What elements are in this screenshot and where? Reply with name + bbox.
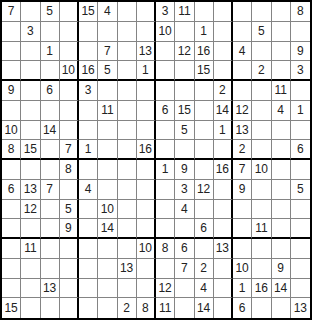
cell-r5c15[interactable]: 11 <box>272 81 291 101</box>
cell-r6c14[interactable] <box>252 101 271 121</box>
cell-r14c10[interactable]: 7 <box>175 259 194 279</box>
cell-r1c8[interactable] <box>137 2 156 22</box>
cell-r5c11[interactable] <box>195 81 214 101</box>
cell-r13c11[interactable] <box>195 239 214 259</box>
cell-r15c9[interactable]: 12 <box>156 279 175 299</box>
cell-r10c5[interactable]: 4 <box>79 180 98 200</box>
cell-r3c15[interactable] <box>272 42 291 62</box>
cell-r16c11[interactable]: 14 <box>195 298 214 318</box>
cell-r16c4[interactable] <box>60 298 79 318</box>
cell-r1c14[interactable] <box>252 2 271 22</box>
cell-r15c1[interactable] <box>2 279 21 299</box>
cell-r14c13[interactable]: 10 <box>233 259 252 279</box>
cell-r14c6[interactable] <box>98 259 117 279</box>
cell-r2c9[interactable]: 10 <box>156 22 175 42</box>
cell-r12c1[interactable] <box>2 219 21 239</box>
cell-r5c10[interactable] <box>175 81 194 101</box>
cell-r16c6[interactable] <box>98 298 117 318</box>
cell-r9c6[interactable] <box>98 160 117 180</box>
cell-r10c1[interactable]: 6 <box>2 180 21 200</box>
cell-r13c1[interactable] <box>2 239 21 259</box>
cell-r5c6[interactable] <box>98 81 117 101</box>
cell-r16c10[interactable] <box>175 298 194 318</box>
cell-r10c15[interactable] <box>272 180 291 200</box>
cell-r14c1[interactable] <box>2 259 21 279</box>
cell-r8c15[interactable] <box>272 140 291 160</box>
cell-r9c9[interactable]: 1 <box>156 160 175 180</box>
cell-r2c12[interactable] <box>214 22 233 42</box>
cell-r3c11[interactable]: 16 <box>195 42 214 62</box>
cell-r3c6[interactable]: 7 <box>98 42 117 62</box>
cell-r16c5[interactable] <box>79 298 98 318</box>
cell-r13c7[interactable] <box>118 239 137 259</box>
cell-r4c3[interactable] <box>41 61 60 81</box>
cell-r4c6[interactable]: 5 <box>98 61 117 81</box>
cell-r2c8[interactable] <box>137 22 156 42</box>
cell-r8c6[interactable] <box>98 140 117 160</box>
cell-r9c10[interactable]: 9 <box>175 160 194 180</box>
cell-r13c16[interactable] <box>291 239 310 259</box>
cell-r16c7[interactable]: 2 <box>118 298 137 318</box>
cell-r12c16[interactable] <box>291 219 310 239</box>
cell-r9c1[interactable] <box>2 160 21 180</box>
cell-r4c7[interactable] <box>118 61 137 81</box>
cell-r8c7[interactable] <box>118 140 137 160</box>
cell-r1c10[interactable]: 11 <box>175 2 194 22</box>
cell-r1c13[interactable] <box>233 2 252 22</box>
cell-r4c12[interactable] <box>214 61 233 81</box>
cell-r9c13[interactable]: 7 <box>233 160 252 180</box>
cell-r6c4[interactable] <box>60 101 79 121</box>
cell-r10c4[interactable] <box>60 180 79 200</box>
cell-r7c11[interactable] <box>195 121 214 141</box>
cell-r13c13[interactable] <box>233 239 252 259</box>
cell-r11c8[interactable] <box>137 200 156 220</box>
cell-r11c2[interactable]: 12 <box>21 200 40 220</box>
cell-r6c3[interactable] <box>41 101 60 121</box>
cell-r15c12[interactable] <box>214 279 233 299</box>
cell-r4c14[interactable]: 2 <box>252 61 271 81</box>
cell-r6c13[interactable]: 12 <box>233 101 252 121</box>
cell-r12c2[interactable] <box>21 219 40 239</box>
cell-r11c15[interactable] <box>272 200 291 220</box>
cell-r12c4[interactable]: 9 <box>60 219 79 239</box>
cell-r2c6[interactable] <box>98 22 117 42</box>
cell-r7c4[interactable] <box>60 121 79 141</box>
cell-r1c1[interactable]: 7 <box>2 2 21 22</box>
cell-r14c16[interactable] <box>291 259 310 279</box>
cell-r7c9[interactable] <box>156 121 175 141</box>
cell-r7c3[interactable]: 14 <box>41 121 60 141</box>
cell-r10c14[interactable] <box>252 180 271 200</box>
cell-r14c2[interactable] <box>21 259 40 279</box>
cell-r10c6[interactable] <box>98 180 117 200</box>
cell-r11c6[interactable]: 10 <box>98 200 117 220</box>
cell-r5c13[interactable] <box>233 81 252 101</box>
cell-r13c6[interactable] <box>98 239 117 259</box>
cell-r16c15[interactable] <box>272 298 291 318</box>
cell-r2c3[interactable] <box>41 22 60 42</box>
cell-r14c3[interactable] <box>41 259 60 279</box>
cell-r3c12[interactable] <box>214 42 233 62</box>
cell-r3c13[interactable]: 4 <box>233 42 252 62</box>
cell-r13c4[interactable] <box>60 239 79 259</box>
cell-r2c2[interactable]: 3 <box>21 22 40 42</box>
cell-r1c3[interactable]: 5 <box>41 2 60 22</box>
cell-r3c2[interactable] <box>21 42 40 62</box>
cell-r15c13[interactable]: 1 <box>233 279 252 299</box>
cell-r7c7[interactable] <box>118 121 137 141</box>
cell-r7c6[interactable] <box>98 121 117 141</box>
cell-r3c8[interactable]: 13 <box>137 42 156 62</box>
cell-r1c4[interactable] <box>60 2 79 22</box>
cell-r3c1[interactable] <box>2 42 21 62</box>
cell-r10c11[interactable]: 12 <box>195 180 214 200</box>
cell-r9c12[interactable]: 16 <box>214 160 233 180</box>
cell-r15c15[interactable]: 14 <box>272 279 291 299</box>
cell-r5c2[interactable] <box>21 81 40 101</box>
cell-r12c11[interactable]: 6 <box>195 219 214 239</box>
cell-r16c9[interactable]: 11 <box>156 298 175 318</box>
cell-r11c3[interactable] <box>41 200 60 220</box>
cell-r4c16[interactable]: 3 <box>291 61 310 81</box>
cell-r7c14[interactable] <box>252 121 271 141</box>
cell-r8c4[interactable]: 7 <box>60 140 79 160</box>
cell-r10c13[interactable]: 9 <box>233 180 252 200</box>
cell-r6c7[interactable] <box>118 101 137 121</box>
cell-r15c14[interactable]: 16 <box>252 279 271 299</box>
cell-r15c5[interactable] <box>79 279 98 299</box>
cell-r1c15[interactable] <box>272 2 291 22</box>
cell-r6c2[interactable] <box>21 101 40 121</box>
cell-r9c8[interactable] <box>137 160 156 180</box>
cell-r14c4[interactable] <box>60 259 79 279</box>
cell-r12c9[interactable] <box>156 219 175 239</box>
cell-r5c5[interactable]: 3 <box>79 81 98 101</box>
cell-r4c13[interactable] <box>233 61 252 81</box>
cell-r6c16[interactable]: 1 <box>291 101 310 121</box>
cell-r13c10[interactable]: 6 <box>175 239 194 259</box>
cell-r4c8[interactable]: 1 <box>137 61 156 81</box>
cell-r16c3[interactable] <box>41 298 60 318</box>
cell-r16c12[interactable] <box>214 298 233 318</box>
cell-r11c10[interactable]: 4 <box>175 200 194 220</box>
cell-r12c3[interactable] <box>41 219 60 239</box>
cell-r10c10[interactable]: 3 <box>175 180 194 200</box>
cell-r3c14[interactable] <box>252 42 271 62</box>
cell-r11c1[interactable] <box>2 200 21 220</box>
cell-r6c6[interactable]: 11 <box>98 101 117 121</box>
cell-r7c15[interactable] <box>272 121 291 141</box>
cell-r8c12[interactable] <box>214 140 233 160</box>
cell-r10c2[interactable]: 13 <box>21 180 40 200</box>
cell-r13c15[interactable] <box>272 239 291 259</box>
cell-r13c2[interactable]: 11 <box>21 239 40 259</box>
cell-r1c16[interactable]: 8 <box>291 2 310 22</box>
cell-r8c10[interactable] <box>175 140 194 160</box>
cell-r6c11[interactable] <box>195 101 214 121</box>
cell-r15c7[interactable] <box>118 279 137 299</box>
cell-r14c12[interactable] <box>214 259 233 279</box>
cell-r11c9[interactable] <box>156 200 175 220</box>
cell-r15c4[interactable] <box>60 279 79 299</box>
cell-r12c8[interactable] <box>137 219 156 239</box>
cell-r13c14[interactable] <box>252 239 271 259</box>
cell-r4c11[interactable]: 15 <box>195 61 214 81</box>
cell-r6c15[interactable]: 4 <box>272 101 291 121</box>
cell-r5c3[interactable]: 6 <box>41 81 60 101</box>
cell-r3c10[interactable]: 12 <box>175 42 194 62</box>
sudoku-board: 7515431183101517131216491016511523963211… <box>0 0 312 320</box>
cell-r8c11[interactable] <box>195 140 214 160</box>
cell-r2c10[interactable] <box>175 22 194 42</box>
cell-r11c12[interactable] <box>214 200 233 220</box>
cell-r11c5[interactable] <box>79 200 98 220</box>
cell-r11c11[interactable] <box>195 200 214 220</box>
cell-r5c16[interactable] <box>291 81 310 101</box>
cell-r2c1[interactable] <box>2 22 21 42</box>
cell-r12c13[interactable] <box>233 219 252 239</box>
cell-r1c12[interactable] <box>214 2 233 22</box>
cell-r5c9[interactable] <box>156 81 175 101</box>
cell-r6c10[interactable]: 15 <box>175 101 194 121</box>
cell-r11c4[interactable]: 5 <box>60 200 79 220</box>
cell-r15c16[interactable] <box>291 279 310 299</box>
cell-r13c3[interactable] <box>41 239 60 259</box>
cell-r1c5[interactable]: 15 <box>79 2 98 22</box>
cell-r2c5[interactable] <box>79 22 98 42</box>
cell-r2c11[interactable]: 1 <box>195 22 214 42</box>
cell-r13c9[interactable]: 8 <box>156 239 175 259</box>
cell-r3c16[interactable]: 9 <box>291 42 310 62</box>
cell-r7c8[interactable] <box>137 121 156 141</box>
cell-r3c5[interactable] <box>79 42 98 62</box>
cell-r11c14[interactable] <box>252 200 271 220</box>
cell-r2c13[interactable] <box>233 22 252 42</box>
cell-r4c5[interactable]: 16 <box>79 61 98 81</box>
cell-r6c8[interactable] <box>137 101 156 121</box>
cell-r12c15[interactable] <box>272 219 291 239</box>
cell-r14c14[interactable] <box>252 259 271 279</box>
cell-r8c3[interactable] <box>41 140 60 160</box>
cell-r6c12[interactable]: 14 <box>214 101 233 121</box>
cell-r1c7[interactable] <box>118 2 137 22</box>
cell-r10c16[interactable]: 5 <box>291 180 310 200</box>
cell-r9c15[interactable] <box>272 160 291 180</box>
cell-r5c14[interactable] <box>252 81 271 101</box>
cell-r8c1[interactable]: 8 <box>2 140 21 160</box>
cell-r13c5[interactable] <box>79 239 98 259</box>
cell-r10c12[interactable] <box>214 180 233 200</box>
cell-r15c10[interactable] <box>175 279 194 299</box>
cell-r7c1[interactable]: 10 <box>2 121 21 141</box>
cell-r4c15[interactable] <box>272 61 291 81</box>
cell-r15c2[interactable] <box>21 279 40 299</box>
cell-r12c12[interactable] <box>214 219 233 239</box>
cell-r12c6[interactable]: 14 <box>98 219 117 239</box>
cell-r8c9[interactable] <box>156 140 175 160</box>
cell-r8c5[interactable]: 1 <box>79 140 98 160</box>
cell-r14c15[interactable]: 9 <box>272 259 291 279</box>
cell-r8c14[interactable] <box>252 140 271 160</box>
cell-r9c5[interactable] <box>79 160 98 180</box>
cell-r8c16[interactable]: 6 <box>291 140 310 160</box>
cell-r5c12[interactable]: 2 <box>214 81 233 101</box>
cell-r4c4[interactable]: 10 <box>60 61 79 81</box>
cell-r2c14[interactable]: 5 <box>252 22 271 42</box>
cell-r2c4[interactable] <box>60 22 79 42</box>
cell-r5c7[interactable] <box>118 81 137 101</box>
cell-r3c3[interactable]: 1 <box>41 42 60 62</box>
cell-r14c7[interactable]: 13 <box>118 259 137 279</box>
cell-r11c16[interactable] <box>291 200 310 220</box>
cell-r16c13[interactable]: 6 <box>233 298 252 318</box>
cell-r4c9[interactable] <box>156 61 175 81</box>
cell-r6c9[interactable]: 6 <box>156 101 175 121</box>
cell-r12c10[interactable] <box>175 219 194 239</box>
cell-r14c9[interactable] <box>156 259 175 279</box>
cell-r12c5[interactable] <box>79 219 98 239</box>
cell-r6c5[interactable] <box>79 101 98 121</box>
cell-r14c11[interactable]: 2 <box>195 259 214 279</box>
cell-r2c15[interactable] <box>272 22 291 42</box>
cell-r2c16[interactable] <box>291 22 310 42</box>
cell-r5c1[interactable]: 9 <box>2 81 21 101</box>
cell-r9c4[interactable]: 8 <box>60 160 79 180</box>
cell-r9c7[interactable] <box>118 160 137 180</box>
cell-r7c13[interactable]: 13 <box>233 121 252 141</box>
cell-r15c11[interactable]: 4 <box>195 279 214 299</box>
cell-r12c7[interactable] <box>118 219 137 239</box>
cell-r10c9[interactable] <box>156 180 175 200</box>
cell-r7c12[interactable]: 1 <box>214 121 233 141</box>
cell-r7c5[interactable] <box>79 121 98 141</box>
cell-r2c7[interactable] <box>118 22 137 42</box>
cell-r16c2[interactable] <box>21 298 40 318</box>
cell-r5c8[interactable] <box>137 81 156 101</box>
cell-r11c7[interactable] <box>118 200 137 220</box>
cell-r3c4[interactable] <box>60 42 79 62</box>
cell-r10c3[interactable]: 7 <box>41 180 60 200</box>
cell-r14c5[interactable] <box>79 259 98 279</box>
cell-r3c9[interactable] <box>156 42 175 62</box>
cell-r13c12[interactable]: 13 <box>214 239 233 259</box>
cell-r9c16[interactable] <box>291 160 310 180</box>
cell-r10c7[interactable] <box>118 180 137 200</box>
cell-r4c2[interactable] <box>21 61 40 81</box>
cell-r9c3[interactable] <box>41 160 60 180</box>
cell-r9c14[interactable]: 10 <box>252 160 271 180</box>
cell-r7c10[interactable]: 5 <box>175 121 194 141</box>
cell-r16c16[interactable]: 13 <box>291 298 310 318</box>
cell-r15c6[interactable] <box>98 279 117 299</box>
cell-r7c16[interactable] <box>291 121 310 141</box>
cell-r5c4[interactable] <box>60 81 79 101</box>
cell-r3c7[interactable] <box>118 42 137 62</box>
cell-r16c8[interactable]: 8 <box>137 298 156 318</box>
cell-r6c1[interactable] <box>2 101 21 121</box>
cell-r4c10[interactable] <box>175 61 194 81</box>
cell-r1c9[interactable]: 3 <box>156 2 175 22</box>
cell-r15c3[interactable]: 13 <box>41 279 60 299</box>
cell-r8c2[interactable]: 15 <box>21 140 40 160</box>
cell-r11c13[interactable] <box>233 200 252 220</box>
cell-r1c6[interactable]: 4 <box>98 2 117 22</box>
cell-r8c8[interactable]: 16 <box>137 140 156 160</box>
cell-r16c14[interactable] <box>252 298 271 318</box>
cell-r16c1[interactable]: 15 <box>2 298 21 318</box>
cell-r7c2[interactable] <box>21 121 40 141</box>
cell-r15c8[interactable] <box>137 279 156 299</box>
cell-r12c14[interactable]: 11 <box>252 219 271 239</box>
cell-r9c2[interactable] <box>21 160 40 180</box>
cell-r9c11[interactable] <box>195 160 214 180</box>
cell-r14c8[interactable] <box>137 259 156 279</box>
cell-r1c11[interactable] <box>195 2 214 22</box>
cell-r1c2[interactable] <box>21 2 40 22</box>
cell-r10c8[interactable] <box>137 180 156 200</box>
cell-r8c13[interactable]: 2 <box>233 140 252 160</box>
cell-r13c8[interactable]: 10 <box>137 239 156 259</box>
cell-r4c1[interactable] <box>2 61 21 81</box>
